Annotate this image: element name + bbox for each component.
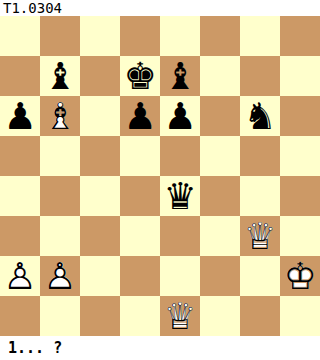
square-h8[interactable]	[280, 16, 320, 56]
square-g4[interactable]	[240, 176, 280, 216]
square-a2[interactable]: ♟♙	[0, 256, 40, 296]
square-f5[interactable]	[200, 136, 240, 176]
black-king-glyph: ♚	[120, 56, 160, 96]
square-f7[interactable]	[200, 56, 240, 96]
square-h2[interactable]: ♚♔	[280, 256, 320, 296]
white-pawn-outline-glyph: ♙	[0, 256, 40, 296]
white-bishop-outline-glyph: ♗	[40, 96, 80, 136]
square-c7[interactable]	[80, 56, 120, 96]
square-h6[interactable]	[280, 96, 320, 136]
square-c2[interactable]	[80, 256, 120, 296]
square-g3[interactable]: ♛♕	[240, 216, 280, 256]
square-c4[interactable]	[80, 176, 120, 216]
chess-board: ♝♚♝♟♝♗♟♟♞♛♛♕♟♙♟♙♚♔♛♕	[0, 16, 320, 336]
square-b5[interactable]	[40, 136, 80, 176]
black-pawn-glyph: ♟	[0, 96, 40, 136]
square-e1[interactable]: ♛♕	[160, 296, 200, 336]
square-c6[interactable]	[80, 96, 120, 136]
square-h7[interactable]	[280, 56, 320, 96]
piece-black-queen[interactable]: ♛	[160, 176, 200, 216]
piece-white-pawn[interactable]: ♟♙	[0, 256, 40, 296]
piece-black-pawn[interactable]: ♟	[120, 96, 160, 136]
black-pawn-glyph: ♟	[120, 96, 160, 136]
square-h5[interactable]	[280, 136, 320, 176]
square-a8[interactable]	[0, 16, 40, 56]
square-d8[interactable]	[120, 16, 160, 56]
square-d7[interactable]: ♚	[120, 56, 160, 96]
square-b3[interactable]	[40, 216, 80, 256]
square-f3[interactable]	[200, 216, 240, 256]
piece-black-pawn[interactable]: ♟	[0, 96, 40, 136]
piece-black-bishop[interactable]: ♝	[160, 56, 200, 96]
square-e2[interactable]	[160, 256, 200, 296]
square-f1[interactable]	[200, 296, 240, 336]
piece-white-pawn[interactable]: ♟♙	[40, 256, 80, 296]
square-d3[interactable]	[120, 216, 160, 256]
square-c5[interactable]	[80, 136, 120, 176]
white-queen-outline-glyph: ♕	[160, 296, 200, 336]
piece-white-queen[interactable]: ♛♕	[160, 296, 200, 336]
piece-white-queen[interactable]: ♛♕	[240, 216, 280, 256]
square-b6[interactable]: ♝♗	[40, 96, 80, 136]
move-prompt: 1... ?	[8, 338, 62, 358]
square-h1[interactable]	[280, 296, 320, 336]
square-c3[interactable]	[80, 216, 120, 256]
black-pawn-glyph: ♟	[160, 96, 200, 136]
black-bishop-glyph: ♝	[40, 56, 80, 96]
square-b2[interactable]: ♟♙	[40, 256, 80, 296]
piece-black-bishop[interactable]: ♝	[40, 56, 80, 96]
square-g7[interactable]	[240, 56, 280, 96]
square-a1[interactable]	[0, 296, 40, 336]
square-f2[interactable]	[200, 256, 240, 296]
piece-black-knight[interactable]: ♞	[240, 96, 280, 136]
square-b4[interactable]	[40, 176, 80, 216]
white-king-outline-glyph: ♔	[280, 256, 320, 296]
square-b8[interactable]	[40, 16, 80, 56]
square-f8[interactable]	[200, 16, 240, 56]
square-e3[interactable]	[160, 216, 200, 256]
square-h3[interactable]	[280, 216, 320, 256]
square-a3[interactable]	[0, 216, 40, 256]
square-g8[interactable]	[240, 16, 280, 56]
square-d4[interactable]	[120, 176, 160, 216]
square-g6[interactable]: ♞	[240, 96, 280, 136]
square-g2[interactable]	[240, 256, 280, 296]
square-e6[interactable]: ♟	[160, 96, 200, 136]
square-e4[interactable]: ♛	[160, 176, 200, 216]
square-e8[interactable]	[160, 16, 200, 56]
square-e5[interactable]	[160, 136, 200, 176]
black-bishop-glyph: ♝	[160, 56, 200, 96]
square-a5[interactable]	[0, 136, 40, 176]
square-b1[interactable]	[40, 296, 80, 336]
piece-white-king[interactable]: ♚♔	[280, 256, 320, 296]
piece-white-bishop[interactable]: ♝♗	[40, 96, 80, 136]
piece-black-pawn[interactable]: ♟	[160, 96, 200, 136]
square-a4[interactable]	[0, 176, 40, 216]
square-h4[interactable]	[280, 176, 320, 216]
white-pawn-outline-glyph: ♙	[40, 256, 80, 296]
black-knight-glyph: ♞	[240, 96, 280, 136]
square-e7[interactable]: ♝	[160, 56, 200, 96]
square-c1[interactable]	[80, 296, 120, 336]
square-g1[interactable]	[240, 296, 280, 336]
square-a6[interactable]: ♟	[0, 96, 40, 136]
square-f6[interactable]	[200, 96, 240, 136]
square-c8[interactable]	[80, 16, 120, 56]
square-d2[interactable]	[120, 256, 160, 296]
puzzle-id: T1.0304	[3, 0, 62, 16]
square-d1[interactable]	[120, 296, 160, 336]
black-queen-glyph: ♛	[160, 176, 200, 216]
piece-black-king[interactable]: ♚	[120, 56, 160, 96]
square-b7[interactable]: ♝	[40, 56, 80, 96]
square-d5[interactable]	[120, 136, 160, 176]
square-f4[interactable]	[200, 176, 240, 216]
square-g5[interactable]	[240, 136, 280, 176]
white-queen-outline-glyph: ♕	[240, 216, 280, 256]
square-d6[interactable]: ♟	[120, 96, 160, 136]
square-a7[interactable]	[0, 56, 40, 96]
